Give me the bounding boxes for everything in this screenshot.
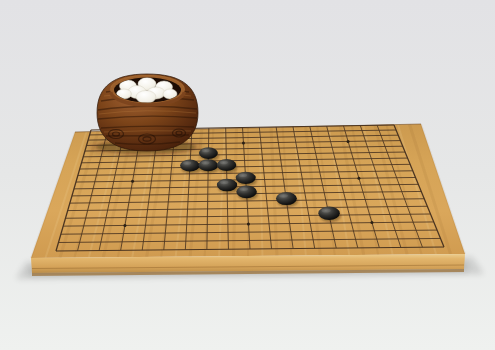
black-stone-K10 [236, 172, 256, 184]
star-point [123, 224, 126, 227]
star-point [370, 221, 373, 224]
scene-canvas [0, 0, 495, 350]
black-stone-J12 [217, 159, 236, 171]
star-point [347, 140, 350, 143]
black-stone-G12 [180, 160, 199, 172]
black-stone-M7 [276, 192, 297, 205]
star-point [131, 180, 134, 183]
black-stone-J9 [217, 179, 237, 192]
star-point [357, 177, 360, 180]
black-stone-O5 [318, 207, 339, 220]
star-point [247, 223, 250, 226]
go-board-photograph [0, 0, 495, 350]
star-point [242, 142, 245, 145]
black-stone-K8 [236, 185, 257, 198]
black-stone-H12 [198, 159, 217, 171]
